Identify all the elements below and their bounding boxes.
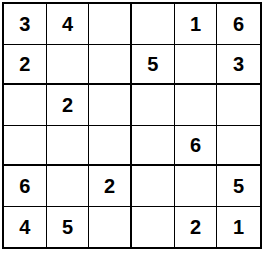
cell-r3c3[interactable]: [89, 85, 132, 126]
cell-r6c2[interactable]: 5: [47, 207, 90, 248]
cell-r1c2[interactable]: 4: [47, 4, 90, 45]
cell-r4c5[interactable]: 6: [175, 126, 218, 167]
cell-r3c2[interactable]: 2: [47, 85, 90, 126]
cell-r1c5[interactable]: 1: [175, 4, 218, 45]
cell-r5c6[interactable]: 5: [217, 166, 260, 207]
cell-r3c6[interactable]: [217, 85, 260, 126]
cell-r5c3[interactable]: 2: [89, 166, 132, 207]
cell-r2c2[interactable]: [47, 45, 90, 86]
cell-r5c5[interactable]: [175, 166, 218, 207]
cell-r3c4[interactable]: [132, 85, 175, 126]
sudoku-board: 3416253266254521: [2, 2, 262, 249]
cell-r4c2[interactable]: [47, 126, 90, 167]
cell-r6c1[interactable]: 4: [4, 207, 47, 248]
cell-r2c1[interactable]: 2: [4, 45, 47, 86]
cell-r5c1[interactable]: 6: [4, 166, 47, 207]
cell-r4c4[interactable]: [132, 126, 175, 167]
cell-r2c4[interactable]: 5: [132, 45, 175, 86]
cell-r2c5[interactable]: [175, 45, 218, 86]
cell-r1c3[interactable]: [89, 4, 132, 45]
cell-r4c1[interactable]: [4, 126, 47, 167]
cell-r3c5[interactable]: [175, 85, 218, 126]
puzzle-page: 3416253266254521: [0, 0, 265, 253]
cell-r6c3[interactable]: [89, 207, 132, 248]
cell-r4c6[interactable]: [217, 126, 260, 167]
cell-r1c4[interactable]: [132, 4, 175, 45]
cell-r3c1[interactable]: [4, 85, 47, 126]
cell-r6c6[interactable]: 1: [217, 207, 260, 248]
cell-r6c4[interactable]: [132, 207, 175, 248]
cell-r2c6[interactable]: 3: [217, 45, 260, 86]
cell-r1c6[interactable]: 6: [217, 4, 260, 45]
cell-r5c2[interactable]: [47, 166, 90, 207]
cell-r4c3[interactable]: [89, 126, 132, 167]
cell-r6c5[interactable]: 2: [175, 207, 218, 248]
cell-r5c4[interactable]: [132, 166, 175, 207]
cell-r2c3[interactable]: [89, 45, 132, 86]
cell-r1c1[interactable]: 3: [4, 4, 47, 45]
